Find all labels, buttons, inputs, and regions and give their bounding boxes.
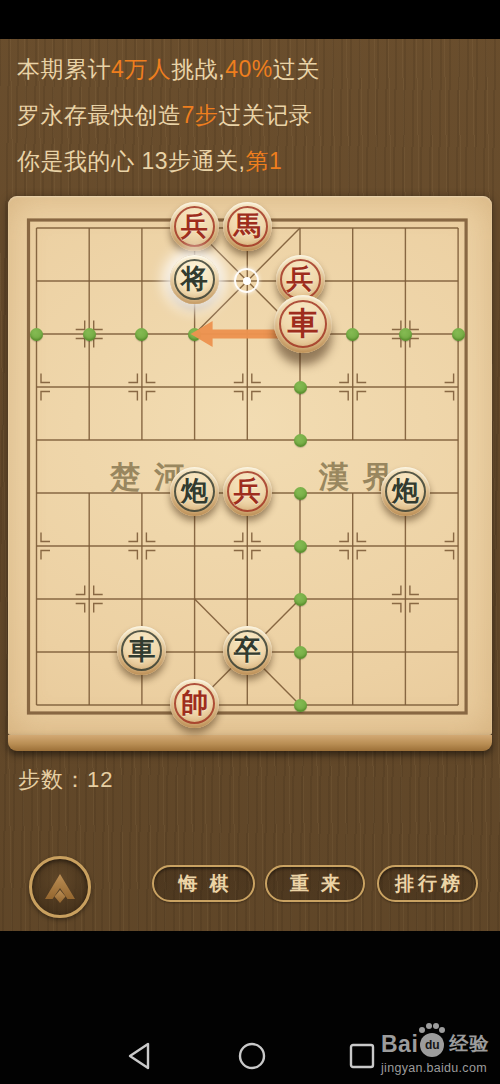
piece-black-炮[interactable]: 炮 (170, 467, 219, 516)
restart-button[interactable]: 重来 (265, 865, 365, 902)
challenge-stats: 本期累计4万人挑战,40%过关 罗永存最快创造7步过关记录 你是我的心 13步通… (17, 46, 487, 184)
stats-text: 本期累计 (17, 56, 111, 82)
watermark-bai-text: Bai (381, 1031, 418, 1058)
nav-back-icon[interactable] (126, 1042, 152, 1070)
piece-red-兵[interactable]: 兵 (170, 202, 219, 251)
piece-character: 兵 (234, 473, 261, 509)
piece-character: 帥 (181, 685, 208, 721)
board-front-edge (8, 735, 492, 751)
piece-red-帥[interactable]: 帥 (170, 679, 219, 728)
stats-text: 你是我的心 13步通关, (17, 148, 245, 174)
piece-character: 卒 (234, 632, 261, 668)
piece-red-兵[interactable]: 兵 (223, 467, 272, 516)
piece-character: 炮 (392, 473, 419, 509)
collapse-panel-button[interactable] (29, 856, 91, 918)
stats-highlight: 第1 (245, 148, 282, 174)
paw-toes (419, 1027, 425, 1033)
watermark-jingyan-text: 经验 (449, 1031, 489, 1057)
stats-highlight: 40% (225, 56, 273, 82)
piece-black-炮[interactable]: 炮 (381, 467, 430, 516)
piece-character: 車 (128, 632, 155, 668)
baidu-paw-icon: du (420, 1033, 444, 1057)
stats-line-participants: 本期累计4万人挑战,40%过关 (17, 46, 487, 92)
piece-black-将[interactable]: 将 (170, 255, 219, 304)
watermark-du-text: du (425, 1038, 440, 1052)
piece-character: 兵 (181, 208, 208, 244)
piece-black-卒[interactable]: 卒 (223, 626, 272, 675)
status-bar (0, 0, 500, 39)
stats-text: 过关记录 (218, 102, 312, 128)
xiangqi-board[interactable]: 楚河 漢界 兵馬将兵車炮兵炮車卒帥 (8, 196, 492, 735)
watermark-logo-row: Bai du 经验 (381, 1028, 499, 1060)
stats-text: 过关 (273, 56, 320, 82)
piece-red-馬[interactable]: 馬 (223, 202, 272, 251)
app-screen: 本期累计4万人挑战,40%过关 罗永存最快创造7步过关记录 你是我的心 13步通… (0, 0, 500, 1084)
steps-counter: 步数：12 (18, 765, 113, 795)
nav-home-icon[interactable] (238, 1042, 266, 1070)
piece-red-車[interactable]: 車 (274, 295, 332, 353)
nav-recents-icon[interactable] (349, 1042, 375, 1070)
piece-character: 車 (288, 303, 319, 345)
piece-black-車[interactable]: 車 (117, 626, 166, 675)
baidu-jingyan-watermark: Bai du 经验 jingyan.baidu.com (381, 1028, 499, 1075)
stats-line-your-result: 你是我的心 13步通关,第1 (17, 138, 487, 184)
watermark-url: jingyan.baidu.com (381, 1061, 499, 1075)
up-arrow-icon (38, 865, 82, 909)
piece-character: 将 (181, 261, 208, 297)
stats-text: 挑战, (171, 56, 225, 82)
undo-move-button[interactable]: 悔棋 (152, 865, 255, 902)
stats-text: 罗永存最快创造 (17, 102, 182, 128)
stats-highlight: 7步 (182, 102, 219, 128)
stats-line-record: 罗永存最快创造7步过关记录 (17, 92, 487, 138)
stats-highlight: 4万人 (111, 56, 171, 82)
piece-character: 馬 (234, 208, 261, 244)
leaderboard-button[interactable]: 排行榜 (377, 865, 478, 902)
piece-character: 炮 (181, 473, 208, 509)
piece-character: 兵 (287, 261, 314, 297)
